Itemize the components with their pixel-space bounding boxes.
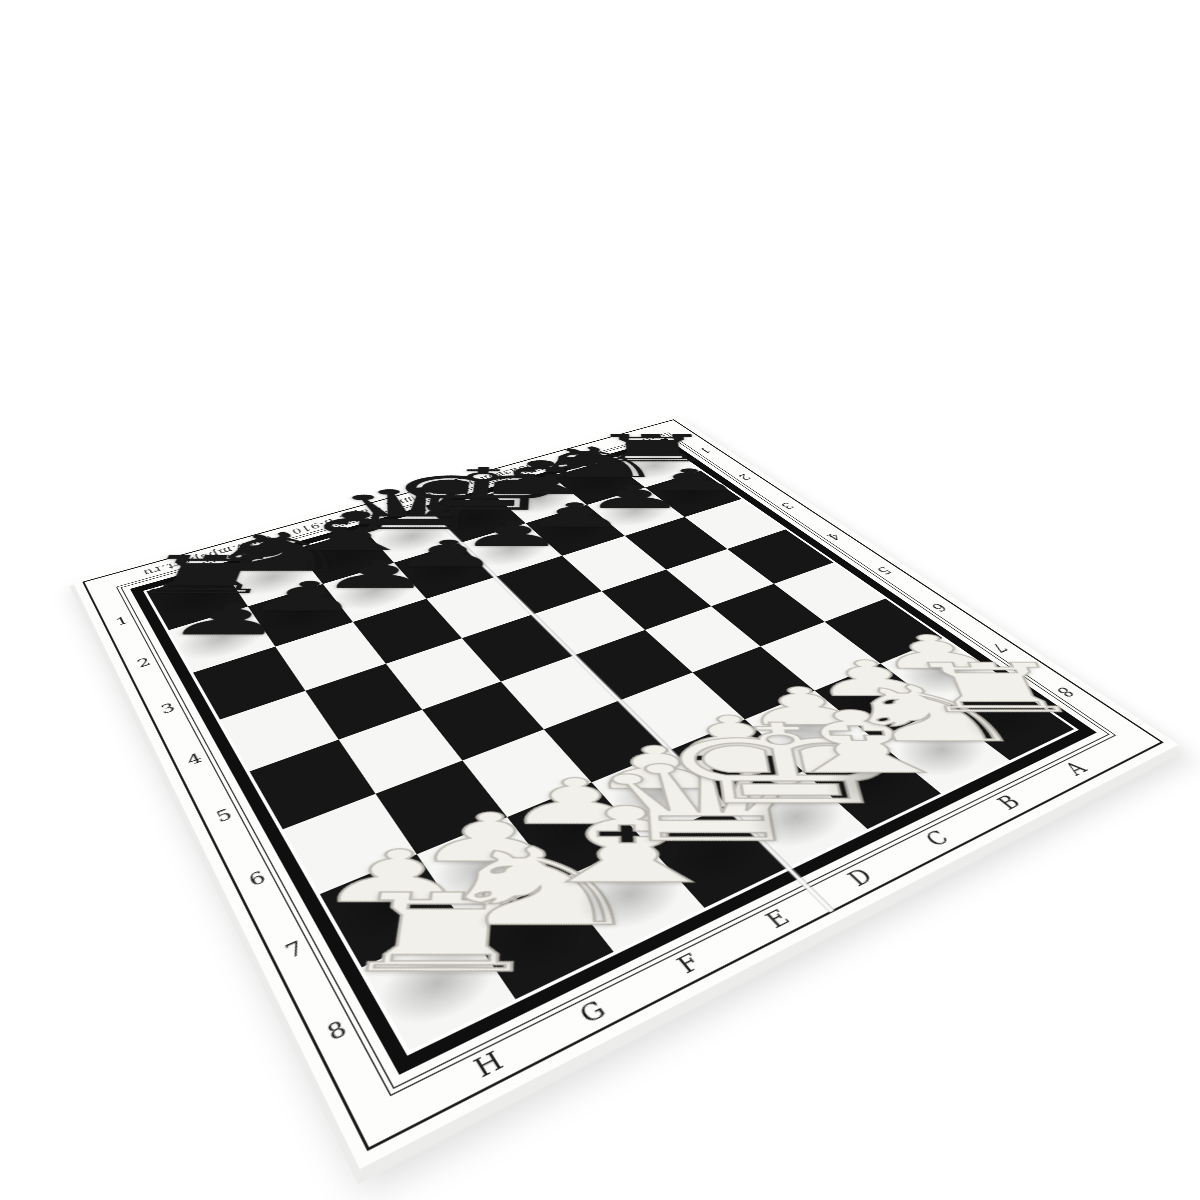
file-label-G: G bbox=[574, 995, 612, 1029]
square-g4[interactable] bbox=[305, 664, 422, 740]
black-pawn-glyph: ♟ bbox=[158, 598, 296, 641]
square-g7[interactable] bbox=[417, 817, 557, 922]
rank-label-left-6: 6 bbox=[245, 867, 269, 890]
file-label-A: A bbox=[1059, 758, 1092, 779]
square-h5[interactable] bbox=[250, 740, 376, 830]
rank-label-left-7: 7 bbox=[281, 936, 307, 962]
rank-label-left-4: 4 bbox=[184, 750, 205, 769]
product-photo-scene: 1234567812345678HGFEDCBA Производство • … bbox=[0, 0, 1200, 1200]
file-label-B: B bbox=[992, 791, 1026, 814]
square-g5[interactable] bbox=[339, 710, 463, 794]
square-f7[interactable] bbox=[507, 782, 645, 880]
square-h4[interactable] bbox=[220, 691, 339, 772]
rank-label-left-5: 5 bbox=[213, 805, 235, 826]
square-h3[interactable] bbox=[193, 647, 305, 720]
square-d8[interactable] bbox=[726, 771, 867, 867]
rank-label-left-3: 3 bbox=[158, 700, 177, 717]
square-e5[interactable] bbox=[501, 655, 621, 729]
file-label-D: D bbox=[842, 864, 878, 891]
square-f5[interactable] bbox=[422, 682, 544, 761]
square-g6[interactable] bbox=[376, 761, 508, 855]
chessboard: 1234567812345678HGFEDCBA Производство • … bbox=[72, 415, 1179, 1169]
file-label-H: H bbox=[469, 1046, 509, 1084]
square-f8[interactable] bbox=[557, 842, 704, 952]
file-label-C: C bbox=[920, 826, 955, 851]
square-g8[interactable] bbox=[463, 880, 614, 999]
rank-label-left-8: 8 bbox=[323, 1015, 351, 1045]
square-e8[interactable] bbox=[645, 805, 789, 908]
square-h8[interactable] bbox=[362, 922, 516, 1050]
square-h7[interactable] bbox=[320, 854, 463, 967]
square-h6[interactable] bbox=[283, 794, 417, 894]
file-label-E: E bbox=[760, 905, 795, 933]
file-label-F: F bbox=[671, 949, 706, 979]
square-f6[interactable] bbox=[462, 729, 591, 817]
rank-label-left-2: 2 bbox=[135, 655, 153, 670]
